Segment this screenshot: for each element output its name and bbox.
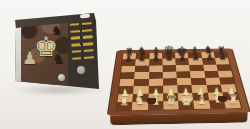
- square-a7: ♟: [122, 59, 136, 65]
- box-top-label: [80, 14, 90, 19]
- white-bishop-f1: ♝: [194, 91, 210, 108]
- square-f7: ♟: [189, 58, 203, 64]
- square-h7: ♟: [215, 58, 230, 64]
- square-a5: [120, 72, 135, 79]
- board-foot-left: [147, 98, 156, 104]
- square-c7: ♟: [149, 59, 162, 65]
- square-a1: ♜: [116, 102, 132, 111]
- board-foot-right: [218, 96, 227, 102]
- knight-icon: ♞: [51, 24, 63, 37]
- square-d1: ♛: [163, 101, 179, 110]
- square-d7: ♟: [162, 59, 176, 65]
- black-pawn-h7: ♟: [216, 49, 229, 64]
- product-box: ♟ ♚ ♞ ♞: [6, 10, 106, 100]
- white-king-e1: ♚: [179, 91, 195, 108]
- black-pawn-b7: ♟: [135, 50, 148, 65]
- square-g7: ♟: [202, 58, 216, 64]
- panel-text-line: [71, 42, 93, 46]
- knight-icon: ♞: [52, 52, 65, 67]
- black-pawn-e7: ♟: [176, 49, 189, 64]
- square-h6: [216, 64, 231, 71]
- box-front-photo: ♟ ♚ ♞ ♞: [21, 19, 68, 85]
- white-queen-d1: ♛: [163, 91, 179, 108]
- panel-text-line: [70, 29, 92, 33]
- square-b5: [134, 72, 148, 79]
- white-knight-b1: ♞: [132, 92, 148, 110]
- board-scene: ♜♞♝♛♚♝♞♜♟♟♟♟♟♟♟♟♟♟♟♟♟♟♟♟♜♞♝♛♚♝♞♜: [112, 10, 242, 129]
- square-e1: ♚: [178, 101, 194, 110]
- square-h1: ♜: [224, 100, 241, 109]
- black-pawn-d7: ♟: [162, 49, 175, 64]
- black-pawn-g7: ♟: [203, 49, 216, 64]
- black-pawn-a7: ♟: [122, 50, 135, 65]
- black-pawn-f7: ♟: [189, 49, 202, 64]
- box-side-panel-text-lines: [70, 22, 94, 59]
- panel-text-line: [71, 36, 93, 40]
- square-e7: ♟: [175, 58, 189, 64]
- square-d5: [163, 71, 177, 78]
- box-panel-logo-badge: [77, 66, 85, 74]
- board-front-edge: [110, 113, 248, 125]
- box-photo-logo-badge: [58, 74, 65, 81]
- panel-text-line: [72, 49, 94, 53]
- square-b7: ♟: [135, 59, 149, 65]
- white-rook-a1: ♜: [116, 92, 132, 110]
- chess-board: ♜♞♝♛♚♝♞♜♟♟♟♟♟♟♟♟♟♟♟♟♟♟♟♟♜♞♝♛♚♝♞♜: [107, 49, 250, 116]
- panel-text-line: [72, 56, 94, 60]
- white-rook-h1: ♜: [225, 90, 241, 107]
- square-b1: ♞: [132, 102, 148, 111]
- panel-text-line: [70, 22, 92, 26]
- chess-set: ♜♞♝♛♚♝♞♜♟♟♟♟♟♟♟♟♟♟♟♟♟♟♟♟♜♞♝♛♚♝♞♜: [110, 14, 250, 126]
- square-f1: ♝: [194, 100, 211, 109]
- black-pawn-c7: ♟: [149, 50, 162, 65]
- product-photo: ♟ ♚ ♞ ♞ ♜♞♝♛♚♝♞♜♟♟♟♟♟♟♟♟♟♟♟♟♟♟♟♟♜♞♝♛♚♝♞♜: [0, 0, 250, 129]
